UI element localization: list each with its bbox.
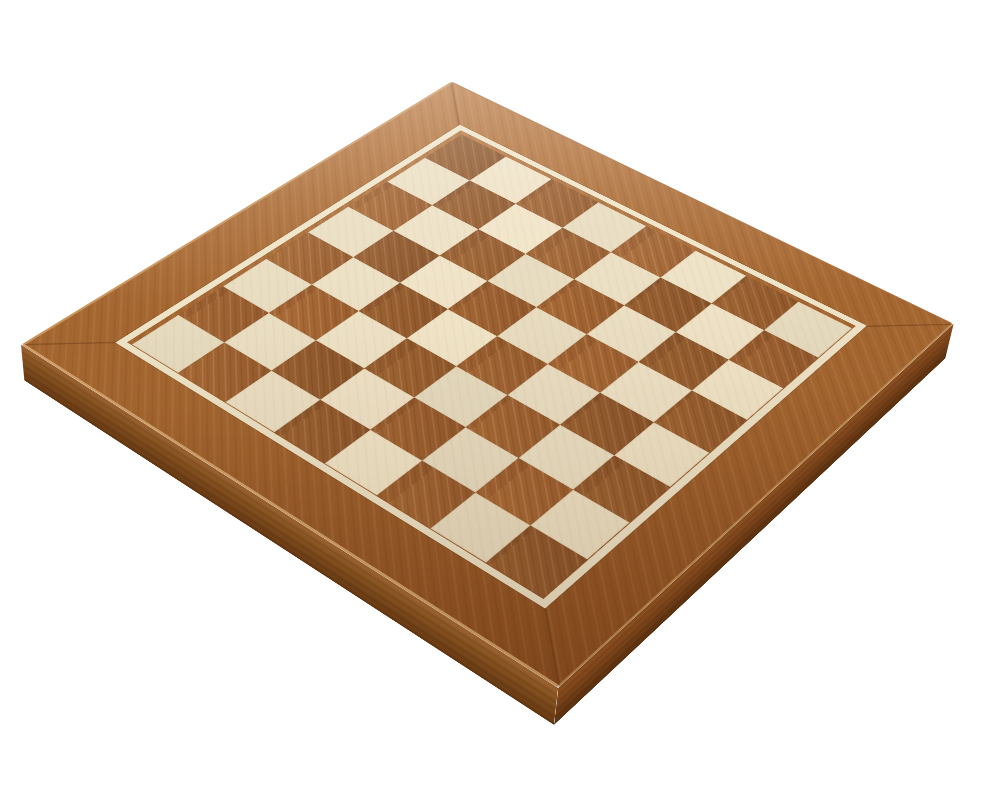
square-f5 <box>548 334 639 393</box>
square-b1 <box>178 342 271 402</box>
square-f3 <box>466 395 560 458</box>
square-e2 <box>370 397 465 460</box>
square-e3 <box>414 366 507 427</box>
square-h5 <box>654 390 747 452</box>
square-a1 <box>132 315 224 373</box>
square-d2 <box>320 368 414 429</box>
product-photo <box>0 0 1000 800</box>
square-h3 <box>573 455 670 522</box>
board-top-face <box>21 82 954 688</box>
square-f2 <box>422 427 518 492</box>
square-g5 <box>600 362 692 422</box>
square-f4 <box>507 364 600 425</box>
square-g2 <box>475 458 573 525</box>
frame-mitre-seam <box>863 324 952 327</box>
square-c2 <box>272 340 365 399</box>
square-c1 <box>226 371 321 433</box>
square-e4 <box>456 336 547 395</box>
square-d1 <box>274 400 370 464</box>
frame-mitre-seam <box>25 342 119 345</box>
square-e1 <box>325 430 422 496</box>
square-f1 <box>377 461 476 529</box>
square-h6 <box>692 360 783 420</box>
square-h2 <box>530 490 629 560</box>
square-h4 <box>614 422 709 487</box>
square-d3 <box>364 338 456 397</box>
square-g4 <box>560 393 654 456</box>
square-g1 <box>431 493 531 563</box>
frame-mitre-seam <box>451 83 460 127</box>
square-h1 <box>486 525 587 597</box>
chess-board <box>21 82 954 688</box>
square-g3 <box>519 425 615 490</box>
frame-mitre-seam <box>544 605 560 685</box>
